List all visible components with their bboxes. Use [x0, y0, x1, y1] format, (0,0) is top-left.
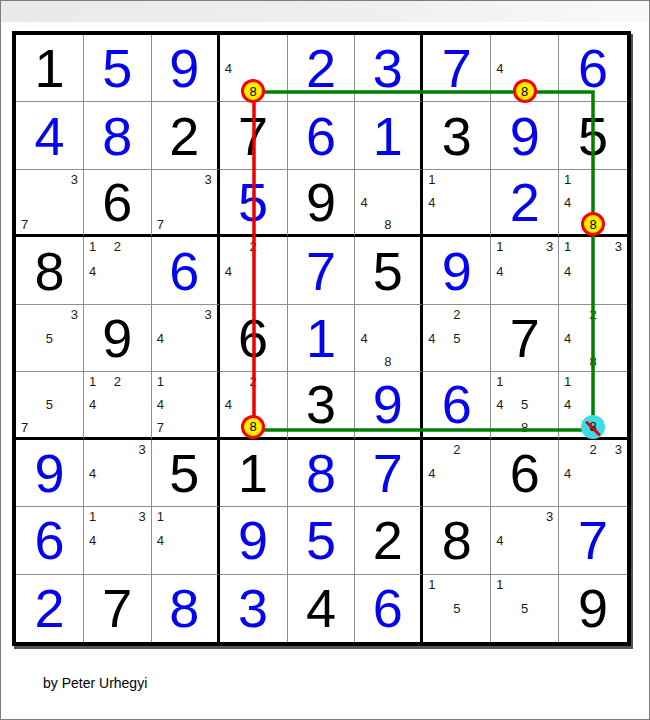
pencil-mark: 1: [564, 375, 571, 388]
cell-r6c1[interactable]: 57: [16, 372, 84, 439]
cell-r1c4[interactable]: 48: [220, 35, 288, 102]
cell-r4c9[interactable]: 134: [559, 237, 627, 304]
cell-r4c3[interactable]: 6: [152, 237, 220, 304]
given-digit: 9: [559, 575, 627, 642]
solved-digit: 9: [423, 237, 490, 303]
cell-r5c5[interactable]: 1: [288, 305, 356, 372]
cell-r3c9[interactable]: 148: [559, 170, 627, 237]
cell-r9c3[interactable]: 8: [152, 575, 220, 642]
solved-digit: 2: [491, 170, 558, 234]
solved-digit: 6: [152, 237, 217, 303]
cell-r1c6[interactable]: 3: [355, 35, 423, 102]
cell-r8c4[interactable]: 9: [220, 507, 288, 574]
cell-r3c7[interactable]: 14: [423, 170, 491, 237]
cell-r4c7[interactable]: 9: [423, 237, 491, 304]
pencil-mark: 4: [428, 331, 435, 344]
solved-digit: 5: [220, 170, 287, 234]
cell-r6c7[interactable]: 6: [423, 372, 491, 439]
given-digit: 6: [84, 170, 151, 234]
pencil-mark: 7: [157, 421, 164, 434]
cell-r3c6[interactable]: 48: [355, 170, 423, 237]
pencil-mark: 7: [157, 218, 164, 231]
cell-r7c3[interactable]: 5: [152, 440, 220, 507]
cell-r6c5[interactable]: 3: [288, 372, 356, 439]
pencil-mark: 4: [564, 264, 571, 277]
pencil-mark: 4: [564, 196, 571, 209]
solved-digit: 7: [559, 507, 627, 573]
cell-r2c5[interactable]: 6: [288, 102, 356, 169]
cell-r8c5[interactable]: 5: [288, 507, 356, 574]
given-digit: 2: [355, 507, 420, 573]
given-digit: 6: [220, 305, 287, 371]
pencil-mark: 1: [496, 375, 503, 388]
solved-digit: 6: [355, 575, 420, 642]
pencil-mark: 4: [564, 398, 571, 411]
solved-digit: 6: [16, 507, 83, 573]
pencil-mark: 1: [428, 173, 435, 186]
cell-r5c7[interactable]: 245: [423, 305, 491, 372]
solved-digit: 5: [84, 35, 151, 101]
pencil-mark: 2: [114, 375, 121, 388]
pencil-mark: 4: [89, 264, 96, 277]
pencil-mark: 1: [496, 578, 503, 591]
pencil-mark: 4: [496, 534, 503, 547]
cell-r4c2[interactable]: 124: [84, 237, 152, 304]
pencil-mark: 4: [157, 331, 164, 344]
pencil-mark: 1: [428, 578, 435, 591]
cell-r5c4[interactable]: 6: [220, 305, 288, 372]
pencil-mark: 2: [249, 240, 256, 253]
solved-digit: 9: [152, 35, 217, 101]
cell-r8c9[interactable]: 7: [559, 507, 627, 574]
pencil-mark: 1: [157, 375, 164, 388]
cell-r1c1[interactable]: 1: [16, 35, 84, 102]
eliminated-candidate-circle: 8: [581, 415, 605, 439]
solved-digit: 4: [16, 102, 83, 168]
cell-r7c8[interactable]: 6: [491, 440, 559, 507]
solved-digit: 1: [288, 305, 355, 371]
cell-r3c3[interactable]: 37: [152, 170, 220, 237]
cell-r1c7[interactable]: 7: [423, 35, 491, 102]
cell-r2c9[interactable]: 5: [559, 102, 627, 169]
cell-r4c6[interactable]: 5: [355, 237, 423, 304]
pencil-mark: 3: [71, 173, 78, 186]
pencil-mark: 1: [89, 375, 96, 388]
cell-r2c6[interactable]: 1: [355, 102, 423, 169]
cell-r9c9[interactable]: 9: [559, 575, 627, 642]
cell-r7c4[interactable]: 1: [220, 440, 288, 507]
cell-r1c9[interactable]: 6: [559, 35, 627, 102]
pencil-mark: 8: [384, 218, 391, 231]
given-digit: 5: [559, 102, 627, 168]
cell-r9c8[interactable]: 15: [491, 575, 559, 642]
pencil-mark: 2: [114, 240, 121, 253]
cell-r1c8[interactable]: 48: [491, 35, 559, 102]
cell-r6c9[interactable]: 148: [559, 372, 627, 439]
pencil-mark: 3: [546, 240, 553, 253]
cell-r3c4[interactable]: 5: [220, 170, 288, 237]
cell-r8c7[interactable]: 8: [423, 507, 491, 574]
given-digit: 9: [84, 305, 151, 371]
solved-digit: 9: [491, 102, 558, 168]
pencil-mark: 4: [496, 264, 503, 277]
solved-digit: 3: [220, 575, 287, 642]
pencil-mark: 8: [384, 355, 391, 368]
cell-r5c2[interactable]: 9: [84, 305, 152, 372]
cell-r7c7[interactable]: 24: [423, 440, 491, 507]
solved-digit: 9: [220, 507, 287, 573]
cell-r2c2[interactable]: 8: [84, 102, 152, 169]
pencil-mark: 3: [615, 443, 622, 456]
cell-r3c5[interactable]: 9: [288, 170, 356, 237]
pencil-mark: 4: [89, 466, 96, 479]
given-digit: 6: [491, 440, 558, 506]
solved-digit: 9: [355, 372, 420, 436]
given-digit: 3: [423, 102, 490, 168]
cell-r7c6[interactable]: 7: [355, 440, 423, 507]
pencil-mark: 5: [521, 602, 528, 615]
given-digit: 9: [288, 170, 355, 234]
pencil-mark: 4: [564, 466, 571, 479]
pencil-mark: 1: [157, 510, 164, 523]
pencil-mark: 4: [428, 466, 435, 479]
pencil-mark: 2: [453, 443, 460, 456]
cell-r4c4[interactable]: 24: [220, 237, 288, 304]
cell-r5c1[interactable]: 35: [16, 305, 84, 372]
cell-r3c1[interactable]: 37: [16, 170, 84, 237]
pencil-mark: 4: [360, 331, 367, 344]
pencil-mark: 4: [428, 196, 435, 209]
cell-r6c4[interactable]: 248: [220, 372, 288, 439]
app-window: 1594823748648276139537637594814214881246…: [0, 0, 650, 720]
cell-r5c9[interactable]: 248: [559, 305, 627, 372]
cell-r4c8[interactable]: 134: [491, 237, 559, 304]
pencil-mark: 2: [589, 443, 596, 456]
pencil-mark: 4: [564, 331, 571, 344]
solved-digit: 2: [288, 35, 355, 101]
pencil-mark: 8: [521, 421, 528, 434]
solved-digit: 6: [559, 35, 627, 101]
cell-r8c6[interactable]: 2: [355, 507, 423, 574]
cell-r7c2[interactable]: 34: [84, 440, 152, 507]
pencil-mark: 1: [564, 173, 571, 186]
cell-r1c2[interactable]: 5: [84, 35, 152, 102]
pencil-mark: 2: [589, 308, 596, 321]
solved-digit: 7: [288, 237, 355, 303]
cell-r9c5[interactable]: 4: [288, 575, 356, 642]
pencil-mark: 5: [453, 331, 460, 344]
pencil-mark: 5: [46, 331, 53, 344]
given-digit: 7: [220, 102, 287, 168]
pencil-mark: 4: [225, 264, 232, 277]
pencil-mark: 4: [496, 398, 503, 411]
solved-digit: 5: [288, 507, 355, 573]
cell-r9c7[interactable]: 15: [423, 575, 491, 642]
pencil-mark: 1: [89, 240, 96, 253]
cell-r8c1[interactable]: 6: [16, 507, 84, 574]
cell-r3c8[interactable]: 2: [491, 170, 559, 237]
cell-r7c9[interactable]: 234: [559, 440, 627, 507]
pencil-mark: 4: [89, 534, 96, 547]
cell-r5c6[interactable]: 48: [355, 305, 423, 372]
sudoku-board: 1594823748648276139537637594814214881246…: [12, 31, 631, 646]
given-digit: 4: [288, 575, 355, 642]
pencil-mark: 2: [249, 375, 256, 388]
pencil-mark: 3: [546, 510, 553, 523]
chain-candidate-circle: 8: [513, 79, 537, 103]
pencil-mark: 4: [496, 62, 503, 75]
pencil-mark: 4: [225, 398, 232, 411]
cell-r6c3[interactable]: 147: [152, 372, 220, 439]
author-credit: by Peter Urhegyi: [43, 675, 147, 691]
cell-r5c3[interactable]: 34: [152, 305, 220, 372]
solved-digit: 8: [152, 575, 217, 642]
cell-r7c1[interactable]: 9: [16, 440, 84, 507]
given-digit: 7: [84, 575, 151, 642]
pencil-mark: 1: [564, 240, 571, 253]
pencil-mark: 4: [157, 534, 164, 547]
solved-digit: 6: [423, 372, 490, 436]
toolbar-strip: [1, 1, 648, 22]
cell-r2c3[interactable]: 2: [152, 102, 220, 169]
cell-r5c8[interactable]: 7: [491, 305, 559, 372]
pencil-mark: 3: [615, 240, 622, 253]
solved-digit: 3: [355, 35, 420, 101]
pencil-mark: 2: [453, 308, 460, 321]
pencil-mark: 4: [157, 398, 164, 411]
cell-r9c1[interactable]: 2: [16, 575, 84, 642]
solved-digit: 7: [355, 440, 420, 506]
given-digit: 7: [491, 305, 558, 371]
pencil-mark: 1: [496, 240, 503, 253]
solved-digit: 2: [16, 575, 83, 642]
pencil-mark: 7: [21, 218, 28, 231]
pencil-mark: 5: [521, 398, 528, 411]
cell-r1c5[interactable]: 2: [288, 35, 356, 102]
solved-digit: 6: [288, 102, 355, 168]
given-digit: 2: [152, 102, 217, 168]
cell-r8c2[interactable]: 134: [84, 507, 152, 574]
solved-digit: 8: [84, 102, 151, 168]
given-digit: 1: [220, 440, 287, 506]
cell-r8c8[interactable]: 34: [491, 507, 559, 574]
solved-digit: 8: [288, 440, 355, 506]
solved-digit: 9: [16, 440, 83, 506]
pencil-mark: 7: [21, 421, 28, 434]
solved-digit: 7: [423, 35, 490, 101]
cell-r2c4[interactable]: 7: [220, 102, 288, 169]
pencil-mark: 8: [589, 355, 596, 368]
cell-r9c4[interactable]: 3: [220, 575, 288, 642]
cell-r9c2[interactable]: 7: [84, 575, 152, 642]
pencil-mark: 5: [46, 398, 53, 411]
cell-r3c2[interactable]: 6: [84, 170, 152, 237]
cell-r6c6[interactable]: 9: [355, 372, 423, 439]
cell-r6c8[interactable]: 1458: [491, 372, 559, 439]
pencil-mark: 4: [225, 62, 232, 75]
cell-r2c1[interactable]: 4: [16, 102, 84, 169]
chain-candidate-circle: 8: [241, 415, 265, 439]
cell-r4c5[interactable]: 7: [288, 237, 356, 304]
cell-r8c3[interactable]: 14: [152, 507, 220, 574]
cell-r2c7[interactable]: 3: [423, 102, 491, 169]
pencil-mark: 5: [453, 602, 460, 615]
given-digit: 5: [355, 237, 420, 303]
cell-r6c2[interactable]: 124: [84, 372, 152, 439]
given-digit: 3: [288, 372, 355, 436]
solved-digit: 1: [355, 102, 420, 168]
pencil-mark: 3: [139, 510, 146, 523]
chain-candidate-circle: 8: [241, 79, 265, 103]
pencil-mark: 3: [71, 308, 78, 321]
given-digit: 5: [152, 440, 217, 506]
pencil-mark: 3: [204, 173, 211, 186]
pencil-mark: 3: [139, 443, 146, 456]
cell-r9c6[interactable]: 6: [355, 575, 423, 642]
cell-r4c1[interactable]: 8: [16, 237, 84, 304]
cell-r1c3[interactable]: 9: [152, 35, 220, 102]
pencil-mark: 3: [204, 308, 211, 321]
chain-candidate-circle: 8: [581, 212, 605, 236]
given-digit: 8: [16, 237, 83, 303]
cell-r2c8[interactable]: 9: [491, 102, 559, 169]
cell-r7c5[interactable]: 8: [288, 440, 356, 507]
given-digit: 8: [423, 507, 490, 573]
pencil-mark: 1: [89, 510, 96, 523]
pencil-mark: 4: [360, 196, 367, 209]
given-digit: 1: [16, 35, 83, 101]
pencil-mark: 4: [89, 398, 96, 411]
